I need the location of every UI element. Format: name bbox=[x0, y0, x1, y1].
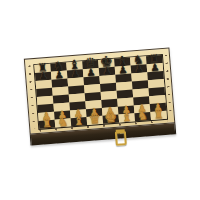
board-frame: ♜♞♝♛♚♝♞♜♟♟♟♟♟♟♟♟♟♟♟♟♟♟♟♟♜♞♝♛♚♝♞♜ bbox=[24, 47, 176, 134]
square-a1: ♜ bbox=[39, 120, 56, 129]
product-photo: ♜♞♝♛♚♝♞♜♟♟♟♟♟♟♟♟♟♟♟♟♟♟♟♟♜♞♝♛♚♝♞♜ bbox=[0, 0, 200, 200]
chess-board: ♜♞♝♛♚♝♞♜♟♟♟♟♟♟♟♟♟♟♟♟♟♟♟♟♜♞♝♛♚♝♞♜ bbox=[33, 54, 168, 130]
square-f1: ♝ bbox=[118, 113, 135, 122]
square-g1: ♞ bbox=[134, 112, 151, 121]
square-d1: ♛ bbox=[87, 116, 104, 125]
white-rook: ♜ bbox=[42, 118, 53, 130]
white-knight: ♞ bbox=[137, 109, 149, 122]
white-king: ♚ bbox=[104, 109, 118, 124]
white-rook: ♜ bbox=[153, 109, 164, 121]
chess-set-box: ♜♞♝♛♚♝♞♜♟♟♟♟♟♟♟♟♟♟♟♟♟♟♟♟♜♞♝♛♚♝♞♜ bbox=[24, 47, 176, 145]
square-h1: ♜ bbox=[150, 111, 167, 120]
white-bishop: ♝ bbox=[121, 110, 133, 123]
square-e1: ♚ bbox=[103, 115, 120, 124]
white-queen: ♛ bbox=[88, 112, 101, 126]
white-knight: ♞ bbox=[57, 116, 69, 129]
brass-clasp bbox=[115, 131, 127, 146]
square-c1: ♝ bbox=[71, 117, 88, 126]
square-b1: ♞ bbox=[55, 118, 72, 127]
white-bishop: ♝ bbox=[73, 114, 85, 127]
